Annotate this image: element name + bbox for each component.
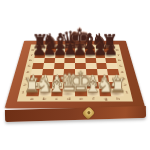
square-h7[interactable]: ♟ bbox=[105, 52, 116, 57]
board-squares: ♜♞♝♛♚♝♞♜♟♟♟♟♟♟♟♟♟♟♟♟♟♟♟♟♜♞♝♛♚♝♞♜ bbox=[26, 48, 124, 97]
board-frame: abcdefgh abcdefgh 87654321 87654321 ♜♞♝♛… bbox=[5, 41, 146, 109]
piece-black-pawn-h7[interactable]: ♟ bbox=[96, 41, 124, 57]
file-label: h bbox=[112, 96, 125, 101]
square-h1[interactable]: ♜ bbox=[110, 89, 123, 96]
file-labels-near: abcdefgh bbox=[25, 96, 125, 101]
file-label: c bbox=[50, 96, 63, 101]
square-h6[interactable] bbox=[105, 58, 116, 64]
file-label: f bbox=[87, 96, 100, 101]
file-label: a bbox=[25, 96, 38, 101]
square-a6[interactable] bbox=[33, 58, 44, 64]
square-h5[interactable] bbox=[106, 63, 118, 69]
square-b6[interactable] bbox=[44, 58, 55, 64]
square-f6[interactable] bbox=[85, 58, 96, 64]
square-d6[interactable] bbox=[65, 58, 75, 64]
piece-white-rook-h1[interactable]: ♜ bbox=[101, 77, 135, 96]
chessboard: abcdefgh abcdefgh 87654321 87654321 ♜♞♝♛… bbox=[5, 41, 146, 109]
square-e6[interactable] bbox=[75, 58, 85, 64]
file-label: d bbox=[63, 96, 75, 101]
file-label: g bbox=[99, 96, 112, 101]
file-label: b bbox=[38, 96, 51, 101]
square-c6[interactable] bbox=[54, 58, 65, 64]
board-coordinate-border: abcdefgh abcdefgh 87654321 87654321 ♜♞♝♛… bbox=[17, 44, 133, 101]
file-label: e bbox=[75, 96, 87, 101]
chess-set-photo: abcdefgh abcdefgh 87654321 87654321 ♜♞♝♛… bbox=[0, 0, 150, 150]
square-a5[interactable] bbox=[32, 63, 44, 69]
square-b5[interactable] bbox=[43, 63, 54, 69]
